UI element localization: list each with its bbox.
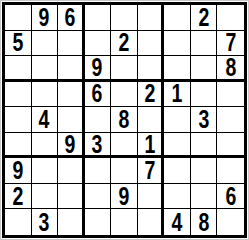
sudoku-board: 9625279862148393197296348 [2,2,247,238]
cell-r4c2[interactable] [32,82,59,108]
cell-r7c1[interactable]: 9 [5,158,32,184]
cell-r8c6[interactable] [138,184,165,210]
cell-r6c9[interactable] [217,133,244,159]
cell-r6c5[interactable] [111,133,138,159]
cell-r4c7[interactable]: 1 [164,82,191,108]
cell-r1c4[interactable] [85,5,112,31]
cell-r1c3[interactable]: 6 [58,5,85,31]
cell-r2c7[interactable] [164,31,191,57]
cell-r6c4[interactable]: 3 [85,133,112,159]
cell-r8c8[interactable] [191,184,218,210]
cell-r3c1[interactable] [5,56,32,82]
given-digit: 6 [92,82,103,107]
given-digit: 7 [225,31,236,56]
cell-r8c3[interactable] [58,184,85,210]
cell-r3c4[interactable]: 9 [85,56,112,82]
cell-r4c6[interactable]: 2 [138,82,165,108]
cell-r2c9[interactable]: 7 [217,31,244,57]
cell-r2c4[interactable] [85,31,112,57]
given-digit: 6 [225,184,236,209]
cell-r3c8[interactable] [191,56,218,82]
cell-r2c2[interactable] [32,31,59,57]
cell-r9c5[interactable] [111,209,138,235]
cell-r7c7[interactable] [164,158,191,184]
cell-r4c9[interactable] [217,82,244,108]
cell-r9c4[interactable] [85,209,112,235]
given-digit: 4 [39,107,50,132]
cell-r4c3[interactable] [58,82,85,108]
cell-r5c5[interactable]: 8 [111,107,138,133]
given-digit: 8 [119,107,130,132]
cell-r5c9[interactable] [217,107,244,133]
given-digit: 5 [12,31,23,56]
cell-r9c9[interactable] [217,209,244,235]
cell-r4c5[interactable] [111,82,138,108]
cell-r6c2[interactable] [32,133,59,159]
given-digit: 3 [92,133,103,157]
given-digit: 2 [119,31,130,56]
cell-r8c7[interactable] [164,184,191,210]
cell-r5c6[interactable] [138,107,165,133]
cell-r1c8[interactable]: 2 [191,5,218,31]
cell-r2c5[interactable]: 2 [111,31,138,57]
cell-r1c5[interactable] [111,5,138,31]
cell-r1c7[interactable] [164,5,191,31]
cell-r4c1[interactable] [5,82,32,108]
cell-r6c1[interactable] [5,133,32,159]
cell-r6c6[interactable]: 1 [138,133,165,159]
sudoku-page: 9625279862148393197296348 [0,0,249,240]
cell-r2c8[interactable] [191,31,218,57]
cell-r5c3[interactable] [58,107,85,133]
cell-r2c1[interactable]: 5 [5,31,32,57]
given-digit: 9 [119,184,130,209]
given-digit: 4 [172,210,183,235]
cell-r3c2[interactable] [32,56,59,82]
cell-r1c1[interactable] [5,5,32,31]
cell-r9c1[interactable] [5,209,32,235]
cell-r3c6[interactable] [138,56,165,82]
cell-r6c8[interactable] [191,133,218,159]
given-digit: 8 [225,56,236,80]
cell-r1c2[interactable]: 9 [32,5,59,31]
cell-r7c3[interactable] [58,158,85,184]
given-digit: 2 [198,5,209,30]
cell-r9c2[interactable]: 3 [32,209,59,235]
cell-r7c9[interactable] [217,158,244,184]
given-digit: 6 [64,5,75,30]
cell-r9c8[interactable]: 8 [191,209,218,235]
given-digit: 3 [198,107,209,132]
cell-r3c7[interactable] [164,56,191,82]
cell-r8c5[interactable]: 9 [111,184,138,210]
given-digit: 1 [144,133,155,157]
given-digit: 9 [39,5,50,30]
cell-r4c8[interactable] [191,82,218,108]
given-digit: 8 [198,210,209,235]
cell-r2c6[interactable] [138,31,165,57]
cell-r8c1[interactable]: 2 [5,184,32,210]
cell-r3c5[interactable] [111,56,138,82]
given-digit: 1 [172,82,183,107]
cell-r7c2[interactable] [32,158,59,184]
given-digit: 9 [92,56,103,80]
cell-r7c8[interactable] [191,158,218,184]
cell-r6c3[interactable]: 9 [58,133,85,159]
cell-r2c3[interactable] [58,31,85,57]
cell-r8c2[interactable] [32,184,59,210]
cell-r5c4[interactable] [85,107,112,133]
cell-r4c4[interactable]: 6 [85,82,112,108]
cell-r9c6[interactable] [138,209,165,235]
cell-r5c1[interactable] [5,107,32,133]
cell-r8c4[interactable] [85,184,112,210]
given-digit: 2 [144,82,155,107]
cell-r9c3[interactable] [58,209,85,235]
cell-r3c3[interactable] [58,56,85,82]
given-digit: 7 [144,158,155,183]
cell-r7c5[interactable] [111,158,138,184]
cell-r9c7[interactable]: 4 [164,209,191,235]
cell-r1c9[interactable] [217,5,244,31]
cell-r6c7[interactable] [164,133,191,159]
given-digit: 9 [64,133,75,157]
cell-r5c2[interactable]: 4 [32,107,59,133]
cell-r5c8[interactable]: 3 [191,107,218,133]
cell-r7c4[interactable] [85,158,112,184]
cell-r8c9[interactable]: 6 [217,184,244,210]
given-digit: 3 [39,210,50,235]
cell-r1c6[interactable] [138,5,165,31]
given-digit: 2 [12,184,23,209]
cell-r3c9[interactable]: 8 [217,56,244,82]
cell-r7c6[interactable]: 7 [138,158,165,184]
given-digit: 9 [12,158,23,183]
cell-r5c7[interactable] [164,107,191,133]
